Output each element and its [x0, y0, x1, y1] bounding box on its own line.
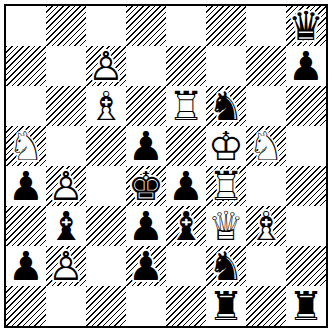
- white-bishop-fill: ♝: [86, 86, 126, 126]
- black-pawn-fill: ♟: [126, 126, 166, 166]
- black-pawn-fill: ♟: [6, 246, 46, 286]
- white-queen-fill: ♛: [206, 206, 246, 246]
- black-bishop: ♝♝: [46, 206, 86, 246]
- square-f1[interactable]: ♜♜: [206, 286, 246, 326]
- square-h3[interactable]: [286, 206, 326, 246]
- square-g8[interactable]: [246, 6, 286, 46]
- square-a2[interactable]: ♟♟: [6, 246, 46, 286]
- square-h7[interactable]: ♟♟: [286, 46, 326, 86]
- black-knight-fill: ♞: [206, 246, 246, 286]
- black-pawn-fill: ♟: [126, 206, 166, 246]
- square-g6[interactable]: [246, 86, 286, 126]
- white-rook-glyph: ♖: [206, 166, 246, 206]
- white-bishop-glyph: ♗: [86, 86, 126, 126]
- black-rook: ♜♜: [286, 286, 326, 326]
- square-a6[interactable]: [6, 86, 46, 126]
- white-knight-fill: ♞: [6, 126, 46, 166]
- white-knight-fill: ♞: [246, 126, 286, 166]
- square-c1[interactable]: [86, 286, 126, 326]
- black-knight-glyph: ♞: [206, 246, 246, 286]
- black-pawn-glyph: ♟: [166, 166, 206, 206]
- black-pawn: ♟♟: [286, 46, 326, 86]
- square-e1[interactable]: [166, 286, 206, 326]
- black-king: ♚♚: [126, 166, 166, 206]
- black-queen-fill: ♛: [286, 6, 326, 46]
- square-g3[interactable]: ♝♗: [246, 206, 286, 246]
- square-h4[interactable]: [286, 166, 326, 206]
- white-pawn-fill: ♟: [46, 246, 86, 286]
- white-pawn: ♟♙: [46, 246, 86, 286]
- black-bishop-fill: ♝: [46, 206, 86, 246]
- square-e5[interactable]: [166, 126, 206, 166]
- square-d7[interactable]: [126, 46, 166, 86]
- square-f2[interactable]: ♞♞: [206, 246, 246, 286]
- square-c3[interactable]: [86, 206, 126, 246]
- square-e2[interactable]: [166, 246, 206, 286]
- square-g7[interactable]: [246, 46, 286, 86]
- square-c4[interactable]: [86, 166, 126, 206]
- square-c8[interactable]: [86, 6, 126, 46]
- black-bishop-fill: ♝: [166, 206, 206, 246]
- square-e8[interactable]: [166, 6, 206, 46]
- white-rook-fill: ♜: [206, 166, 246, 206]
- square-g1[interactable]: [246, 286, 286, 326]
- black-pawn-glyph: ♟: [6, 166, 46, 206]
- square-c7[interactable]: ♟♙: [86, 46, 126, 86]
- square-h8[interactable]: ♛♛: [286, 6, 326, 46]
- white-pawn-glyph: ♙: [86, 46, 126, 86]
- square-e7[interactable]: [166, 46, 206, 86]
- square-f7[interactable]: [206, 46, 246, 86]
- white-king-glyph: ♔: [206, 126, 246, 166]
- white-queen-glyph: ♕: [206, 206, 246, 246]
- square-b7[interactable]: [46, 46, 86, 86]
- square-b4[interactable]: ♟♙: [46, 166, 86, 206]
- white-knight: ♞♘: [6, 126, 46, 166]
- square-e3[interactable]: ♝♝: [166, 206, 206, 246]
- black-rook-glyph: ♜: [286, 286, 326, 326]
- black-pawn-glyph: ♟: [286, 46, 326, 86]
- square-b1[interactable]: [46, 286, 86, 326]
- square-d3[interactable]: ♟♟: [126, 206, 166, 246]
- square-d8[interactable]: [126, 6, 166, 46]
- square-b8[interactable]: [46, 6, 86, 46]
- square-d5[interactable]: ♟♟: [126, 126, 166, 166]
- black-bishop: ♝♝: [166, 206, 206, 246]
- black-king-fill: ♚: [126, 166, 166, 206]
- black-pawn-glyph: ♟: [126, 206, 166, 246]
- black-pawn-fill: ♟: [286, 46, 326, 86]
- square-c2[interactable]: [86, 246, 126, 286]
- square-c5[interactable]: [86, 126, 126, 166]
- square-d6[interactable]: [126, 86, 166, 126]
- square-a7[interactable]: [6, 46, 46, 86]
- black-king-glyph: ♚: [126, 166, 166, 206]
- white-knight-glyph: ♘: [246, 126, 286, 166]
- white-pawn-glyph: ♙: [46, 166, 86, 206]
- chess-board: ♛♛♟♙♟♟♝♗♜♖♞♞♞♘♟♟♚♔♞♘♟♟♟♙♚♚♟♟♜♖♝♝♟♟♝♝♛♕♝♗…: [4, 4, 328, 328]
- white-bishop: ♝♗: [86, 86, 126, 126]
- white-pawn: ♟♙: [46, 166, 86, 206]
- square-a1[interactable]: [6, 286, 46, 326]
- square-a8[interactable]: [6, 6, 46, 46]
- black-pawn-fill: ♟: [126, 246, 166, 286]
- square-b5[interactable]: [46, 126, 86, 166]
- black-knight: ♞♞: [206, 86, 246, 126]
- white-knight-glyph: ♘: [6, 126, 46, 166]
- square-b2[interactable]: ♟♙: [46, 246, 86, 286]
- square-h6[interactable]: [286, 86, 326, 126]
- square-h2[interactable]: [286, 246, 326, 286]
- black-rook-glyph: ♜: [206, 286, 246, 326]
- black-pawn: ♟♟: [6, 166, 46, 206]
- square-c6[interactable]: ♝♗: [86, 86, 126, 126]
- white-rook-glyph: ♖: [166, 86, 206, 126]
- square-f3[interactable]: ♛♕: [206, 206, 246, 246]
- square-h1[interactable]: ♜♜: [286, 286, 326, 326]
- black-pawn: ♟♟: [126, 126, 166, 166]
- black-pawn: ♟♟: [126, 206, 166, 246]
- white-rook: ♜♖: [166, 86, 206, 126]
- square-g2[interactable]: [246, 246, 286, 286]
- square-f6[interactable]: ♞♞: [206, 86, 246, 126]
- square-a5[interactable]: ♞♘: [6, 126, 46, 166]
- white-pawn: ♟♙: [86, 46, 126, 86]
- black-pawn: ♟♟: [6, 246, 46, 286]
- black-rook-fill: ♜: [286, 286, 326, 326]
- black-rook: ♜♜: [206, 286, 246, 326]
- white-bishop: ♝♗: [246, 206, 286, 246]
- white-pawn-fill: ♟: [86, 46, 126, 86]
- white-knight: ♞♘: [246, 126, 286, 166]
- square-f4[interactable]: ♜♖: [206, 166, 246, 206]
- square-g5[interactable]: ♞♘: [246, 126, 286, 166]
- black-pawn: ♟♟: [166, 166, 206, 206]
- white-pawn-glyph: ♙: [46, 246, 86, 286]
- white-rook: ♜♖: [206, 166, 246, 206]
- black-pawn-fill: ♟: [6, 166, 46, 206]
- square-b6[interactable]: [46, 86, 86, 126]
- black-pawn-glyph: ♟: [6, 246, 46, 286]
- square-e4[interactable]: ♟♟: [166, 166, 206, 206]
- square-d4[interactable]: ♚♚: [126, 166, 166, 206]
- black-pawn: ♟♟: [126, 246, 166, 286]
- square-d1[interactable]: [126, 286, 166, 326]
- white-king: ♚♔: [206, 126, 246, 166]
- square-a3[interactable]: [6, 206, 46, 246]
- square-f5[interactable]: ♚♔: [206, 126, 246, 166]
- black-pawn-glyph: ♟: [126, 126, 166, 166]
- square-g4[interactable]: [246, 166, 286, 206]
- black-pawn-glyph: ♟: [126, 246, 166, 286]
- black-queen-glyph: ♛: [286, 6, 326, 46]
- black-pawn-fill: ♟: [166, 166, 206, 206]
- square-a4[interactable]: ♟♟: [6, 166, 46, 206]
- square-b3[interactable]: ♝♝: [46, 206, 86, 246]
- black-queen: ♛♛: [286, 6, 326, 46]
- black-knight-fill: ♞: [206, 86, 246, 126]
- chess-diagram: ♛♛♟♙♟♟♝♗♜♖♞♞♞♘♟♟♚♔♞♘♟♟♟♙♚♚♟♟♜♖♝♝♟♟♝♝♛♕♝♗…: [0, 0, 332, 332]
- square-e6[interactable]: ♜♖: [166, 86, 206, 126]
- black-knight: ♞♞: [206, 246, 246, 286]
- white-king-fill: ♚: [206, 126, 246, 166]
- white-pawn-fill: ♟: [46, 166, 86, 206]
- white-bishop-fill: ♝: [246, 206, 286, 246]
- black-rook-fill: ♜: [206, 286, 246, 326]
- black-bishop-glyph: ♝: [166, 206, 206, 246]
- white-queen: ♛♕: [206, 206, 246, 246]
- square-d2[interactable]: ♟♟: [126, 246, 166, 286]
- white-rook-fill: ♜: [166, 86, 206, 126]
- white-bishop-glyph: ♗: [246, 206, 286, 246]
- black-knight-glyph: ♞: [206, 86, 246, 126]
- black-bishop-glyph: ♝: [46, 206, 86, 246]
- square-h5[interactable]: [286, 126, 326, 166]
- square-f8[interactable]: [206, 6, 246, 46]
